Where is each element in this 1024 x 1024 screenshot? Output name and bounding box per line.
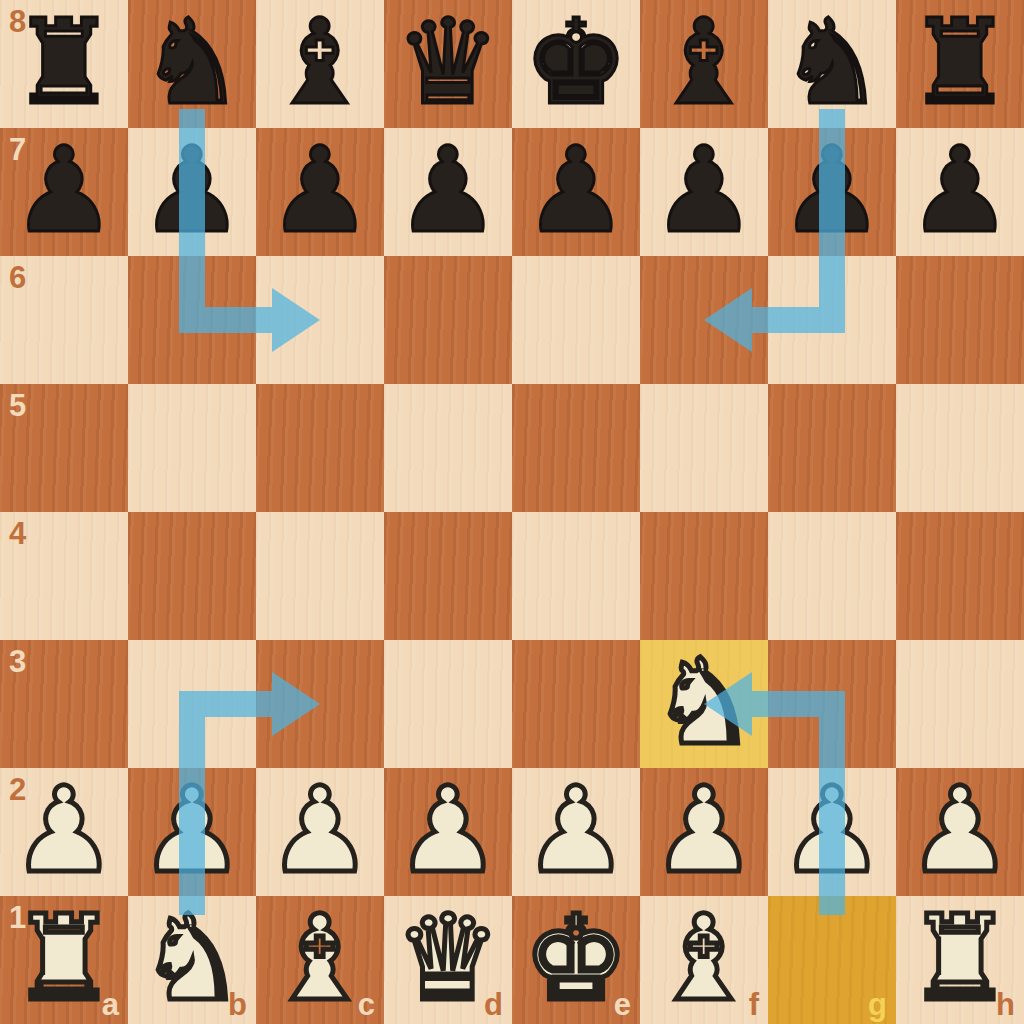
square-d7[interactable]: ♟ <box>384 128 512 256</box>
white-queen-d1[interactable]: ♛ <box>395 894 501 1022</box>
white-pawn-e2[interactable]: ♟ <box>523 766 629 894</box>
square-a4[interactable]: 4 <box>0 512 128 640</box>
square-g2[interactable]: ♟ <box>768 768 896 896</box>
square-h1[interactable]: h♜ <box>896 896 1024 1024</box>
square-e6[interactable] <box>512 256 640 384</box>
white-bishop-c1[interactable]: ♝ <box>267 894 373 1022</box>
square-c3[interactable] <box>256 640 384 768</box>
black-pawn-d7[interactable]: ♟ <box>395 126 501 254</box>
white-knight-b1[interactable]: ♞ <box>139 894 245 1022</box>
square-c5[interactable] <box>256 384 384 512</box>
square-f7[interactable]: ♟ <box>640 128 768 256</box>
black-queen-d8[interactable]: ♛ <box>395 0 501 126</box>
black-pawn-b7[interactable]: ♟ <box>139 126 245 254</box>
black-bishop-f8[interactable]: ♝ <box>651 0 757 126</box>
chess-board: 8♜♞♝♛♚♝♞♜7♟♟♟♟♟♟♟♟6543♞2♟♟♟♟♟♟♟♟1a♜b♞c♝d… <box>0 0 1024 1024</box>
square-d8[interactable]: ♛ <box>384 0 512 128</box>
square-e1[interactable]: e♚ <box>512 896 640 1024</box>
white-pawn-f2[interactable]: ♟ <box>651 766 757 894</box>
square-b6[interactable] <box>128 256 256 384</box>
square-a2[interactable]: 2♟ <box>0 768 128 896</box>
white-king-e1[interactable]: ♚ <box>523 894 629 1022</box>
square-e5[interactable] <box>512 384 640 512</box>
square-g8[interactable]: ♞ <box>768 0 896 128</box>
square-d2[interactable]: ♟ <box>384 768 512 896</box>
square-h7[interactable]: ♟ <box>896 128 1024 256</box>
square-b4[interactable] <box>128 512 256 640</box>
black-pawn-h7[interactable]: ♟ <box>907 126 1013 254</box>
white-pawn-a2[interactable]: ♟ <box>11 766 117 894</box>
square-e4[interactable] <box>512 512 640 640</box>
square-h8[interactable]: ♜ <box>896 0 1024 128</box>
square-b7[interactable]: ♟ <box>128 128 256 256</box>
black-rook-a8[interactable]: ♜ <box>11 0 117 126</box>
square-d3[interactable] <box>384 640 512 768</box>
square-b2[interactable]: ♟ <box>128 768 256 896</box>
square-c6[interactable] <box>256 256 384 384</box>
square-g5[interactable] <box>768 384 896 512</box>
square-h5[interactable] <box>896 384 1024 512</box>
square-e8[interactable]: ♚ <box>512 0 640 128</box>
square-f1[interactable]: f♝ <box>640 896 768 1024</box>
square-h2[interactable]: ♟ <box>896 768 1024 896</box>
square-b1[interactable]: b♞ <box>128 896 256 1024</box>
rank-label-6: 6 <box>9 262 26 293</box>
square-g1-move-from[interactable]: g <box>768 896 896 1024</box>
square-e2[interactable]: ♟ <box>512 768 640 896</box>
black-knight-b8[interactable]: ♞ <box>139 0 245 126</box>
white-bishop-f1[interactable]: ♝ <box>651 894 757 1022</box>
black-king-e8[interactable]: ♚ <box>523 0 629 126</box>
square-g4[interactable] <box>768 512 896 640</box>
square-d6[interactable] <box>384 256 512 384</box>
square-h4[interactable] <box>896 512 1024 640</box>
square-d5[interactable] <box>384 384 512 512</box>
square-d4[interactable] <box>384 512 512 640</box>
black-pawn-c7[interactable]: ♟ <box>267 126 373 254</box>
square-c7[interactable]: ♟ <box>256 128 384 256</box>
black-knight-g8[interactable]: ♞ <box>779 0 885 126</box>
rank-label-5: 5 <box>9 390 26 421</box>
square-c4[interactable] <box>256 512 384 640</box>
square-a8[interactable]: 8♜ <box>0 0 128 128</box>
square-g6[interactable] <box>768 256 896 384</box>
white-pawn-h2[interactable]: ♟ <box>907 766 1013 894</box>
square-a1[interactable]: 1a♜ <box>0 896 128 1024</box>
square-f6[interactable] <box>640 256 768 384</box>
square-h6[interactable] <box>896 256 1024 384</box>
rank-label-4: 4 <box>9 518 26 549</box>
black-pawn-e7[interactable]: ♟ <box>523 126 629 254</box>
square-c8[interactable]: ♝ <box>256 0 384 128</box>
white-pawn-d2[interactable]: ♟ <box>395 766 501 894</box>
square-e7[interactable]: ♟ <box>512 128 640 256</box>
black-rook-h8[interactable]: ♜ <box>907 0 1013 126</box>
square-f3-move-to[interactable]: ♞ <box>640 640 768 768</box>
square-f8[interactable]: ♝ <box>640 0 768 128</box>
white-knight-f3[interactable]: ♞ <box>651 638 757 766</box>
square-g7[interactable]: ♟ <box>768 128 896 256</box>
white-pawn-g2[interactable]: ♟ <box>779 766 885 894</box>
square-f4[interactable] <box>640 512 768 640</box>
square-c2[interactable]: ♟ <box>256 768 384 896</box>
black-pawn-f7[interactable]: ♟ <box>651 126 757 254</box>
rank-label-3: 3 <box>9 646 26 677</box>
black-pawn-g7[interactable]: ♟ <box>779 126 885 254</box>
square-b8[interactable]: ♞ <box>128 0 256 128</box>
white-rook-a1[interactable]: ♜ <box>11 894 117 1022</box>
square-h3[interactable] <box>896 640 1024 768</box>
square-a7[interactable]: 7♟ <box>0 128 128 256</box>
square-g3[interactable] <box>768 640 896 768</box>
file-label-g: g <box>868 989 887 1020</box>
square-a5[interactable]: 5 <box>0 384 128 512</box>
white-rook-h1[interactable]: ♜ <box>907 894 1013 1022</box>
square-b3[interactable] <box>128 640 256 768</box>
square-f5[interactable] <box>640 384 768 512</box>
white-pawn-c2[interactable]: ♟ <box>267 766 373 894</box>
square-d1[interactable]: d♛ <box>384 896 512 1024</box>
square-a3[interactable]: 3 <box>0 640 128 768</box>
square-f2[interactable]: ♟ <box>640 768 768 896</box>
black-pawn-a7[interactable]: ♟ <box>11 126 117 254</box>
square-b5[interactable] <box>128 384 256 512</box>
square-c1[interactable]: c♝ <box>256 896 384 1024</box>
square-e3[interactable] <box>512 640 640 768</box>
square-a6[interactable]: 6 <box>0 256 128 384</box>
black-bishop-c8[interactable]: ♝ <box>267 0 373 126</box>
white-pawn-b2[interactable]: ♟ <box>139 766 245 894</box>
